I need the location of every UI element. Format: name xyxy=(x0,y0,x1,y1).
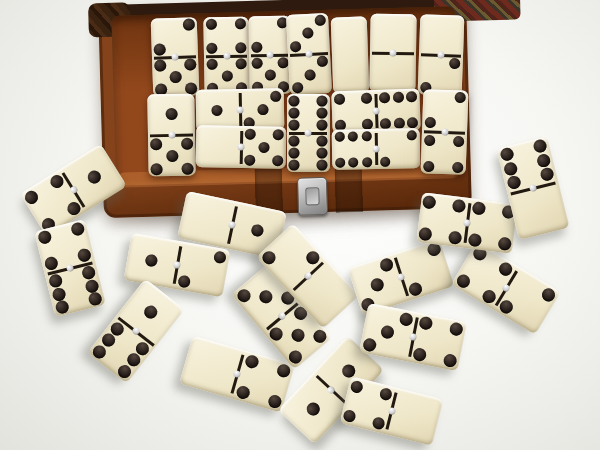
pip xyxy=(273,129,284,140)
pip xyxy=(500,146,516,162)
pip xyxy=(380,157,390,167)
pip xyxy=(84,278,100,294)
domino-half-3 xyxy=(288,54,332,95)
pip xyxy=(182,18,194,30)
pip xyxy=(379,92,390,103)
domino-half-0 xyxy=(419,14,464,54)
pip xyxy=(251,58,262,69)
pip xyxy=(362,337,377,352)
pip xyxy=(244,354,260,370)
pip xyxy=(213,250,227,264)
domino-half-5 xyxy=(148,136,196,176)
pip xyxy=(361,92,372,103)
pip xyxy=(418,227,432,241)
pip xyxy=(406,91,417,102)
pip xyxy=(212,105,223,116)
pip xyxy=(165,108,177,120)
pip xyxy=(289,136,300,147)
pip xyxy=(235,42,246,53)
spinner-pin xyxy=(237,143,244,150)
pip xyxy=(334,93,345,104)
pip xyxy=(184,59,196,71)
pip xyxy=(452,136,463,147)
domino-half-4 xyxy=(416,192,468,247)
pip xyxy=(398,312,413,327)
pip xyxy=(452,199,466,213)
pip xyxy=(316,136,327,147)
domino-0-x[interactable] xyxy=(331,16,370,93)
pip xyxy=(448,230,462,244)
pip xyxy=(234,18,245,29)
pip xyxy=(348,132,358,142)
case-clasp[interactable] xyxy=(297,177,328,216)
case-front-strap-right xyxy=(335,166,363,213)
domino-2-4[interactable] xyxy=(420,89,468,175)
pip xyxy=(85,168,103,186)
pip xyxy=(265,70,276,81)
pip xyxy=(378,257,394,273)
domino-half-0 xyxy=(369,54,416,92)
pip xyxy=(424,135,435,146)
pip xyxy=(292,82,304,94)
pip xyxy=(423,160,434,171)
domino-divider-line xyxy=(251,53,289,57)
pip xyxy=(407,281,423,297)
domino-2-5[interactable] xyxy=(151,17,200,97)
domino-half-2 xyxy=(174,242,230,298)
pip xyxy=(165,150,177,162)
pip xyxy=(145,254,159,268)
domino-half-0 xyxy=(331,16,370,93)
spinner-pin xyxy=(167,131,174,138)
spinner-pin xyxy=(236,106,243,113)
domino-half-0 xyxy=(370,14,417,52)
domino-half-2 xyxy=(151,17,198,56)
pip xyxy=(311,328,329,346)
domino-half-4 xyxy=(331,90,375,133)
domino-4-x[interactable] xyxy=(339,376,443,446)
spinner-pin xyxy=(389,49,396,56)
domino-half-6 xyxy=(332,129,375,170)
domino-3-3[interactable] xyxy=(286,13,332,95)
domino-half-2 xyxy=(422,89,468,131)
pip xyxy=(22,188,40,206)
pip xyxy=(251,41,262,52)
pip xyxy=(235,58,246,69)
dominoes-photo-scene xyxy=(0,0,600,450)
pip xyxy=(507,175,523,191)
domino-0-5[interactable] xyxy=(196,125,287,169)
pip xyxy=(289,40,301,52)
domino-4-6[interactable] xyxy=(34,219,106,317)
pip xyxy=(180,137,192,149)
pip xyxy=(48,273,64,289)
pip xyxy=(468,233,482,247)
pip xyxy=(422,195,436,209)
pip xyxy=(449,58,460,69)
pip xyxy=(275,363,291,379)
pip xyxy=(80,265,96,281)
domino-0-2[interactable] xyxy=(418,14,465,95)
pip xyxy=(407,117,418,128)
pip xyxy=(287,348,305,366)
pip xyxy=(316,107,327,118)
domino-half-4 xyxy=(465,198,517,253)
domino-half-2 xyxy=(248,16,291,54)
pip xyxy=(371,416,386,431)
pip xyxy=(150,163,162,175)
pip xyxy=(235,384,251,400)
spinner-pin xyxy=(440,128,447,135)
domino-half-1 xyxy=(124,233,180,289)
spinner-pin xyxy=(222,52,229,59)
pip xyxy=(245,128,256,139)
pip xyxy=(221,71,232,82)
pip xyxy=(289,95,300,106)
pip xyxy=(378,386,393,401)
pip xyxy=(87,291,103,307)
domino-3-2[interactable] xyxy=(348,238,455,315)
pip xyxy=(289,160,300,171)
domino-half-0 xyxy=(196,125,240,168)
domino-divider-line xyxy=(239,130,243,163)
pip xyxy=(471,201,485,215)
pip xyxy=(451,161,462,172)
pip xyxy=(257,287,275,305)
pip xyxy=(348,157,358,167)
pip xyxy=(259,142,270,153)
pip xyxy=(316,119,327,130)
pip xyxy=(150,138,162,150)
pip xyxy=(154,43,166,55)
pip xyxy=(244,155,255,166)
domino-half-4 xyxy=(420,133,466,175)
case-clasp-latch xyxy=(305,187,319,205)
pip xyxy=(235,286,253,304)
pip xyxy=(316,148,327,159)
pip xyxy=(443,353,458,368)
pip xyxy=(315,14,327,26)
domino-4-6[interactable] xyxy=(331,88,420,133)
pip xyxy=(251,223,265,237)
pip xyxy=(206,42,217,53)
pip xyxy=(532,138,548,154)
pip xyxy=(334,132,344,142)
pip xyxy=(302,27,314,39)
domino-divider-line xyxy=(289,132,328,135)
pip xyxy=(316,95,327,106)
domino-half-3 xyxy=(241,88,284,131)
domino-6-6[interactable] xyxy=(287,94,330,172)
domino-half-4 xyxy=(203,17,249,55)
pip xyxy=(177,275,191,289)
pip xyxy=(503,161,519,177)
domino-half-2 xyxy=(377,128,420,169)
domino-4-2[interactable] xyxy=(451,241,561,334)
spinner-pin xyxy=(305,130,312,137)
domino-4-5[interactable] xyxy=(203,17,249,96)
pip xyxy=(342,409,357,424)
domino-half-3 xyxy=(286,13,330,54)
pip xyxy=(142,303,160,321)
pip xyxy=(407,130,417,140)
pip xyxy=(304,69,316,81)
pip xyxy=(55,299,71,315)
pip xyxy=(260,248,278,266)
domino-half-6 xyxy=(287,135,330,173)
pip xyxy=(540,286,558,304)
pip xyxy=(51,286,67,302)
pip xyxy=(535,153,551,169)
pip xyxy=(316,160,327,171)
pip xyxy=(349,379,364,394)
pip xyxy=(205,18,216,29)
domino-0-0[interactable] xyxy=(369,14,416,93)
pip xyxy=(304,400,322,418)
domino-2-5[interactable] xyxy=(248,16,291,95)
pip xyxy=(289,107,300,118)
pip xyxy=(181,163,193,175)
domino-half-5 xyxy=(152,58,199,97)
pip xyxy=(289,148,300,159)
pip xyxy=(362,131,372,141)
pip xyxy=(539,167,555,183)
domino-6-2[interactable] xyxy=(332,128,421,170)
domino-divider-line xyxy=(374,133,378,164)
pip xyxy=(289,326,307,344)
pip xyxy=(454,92,465,103)
domino-half-6 xyxy=(377,88,421,131)
pip xyxy=(272,155,283,166)
pip xyxy=(380,324,395,339)
pip xyxy=(37,229,53,245)
pip xyxy=(257,104,268,115)
pip xyxy=(412,347,427,362)
pip xyxy=(418,316,433,331)
pip xyxy=(206,59,217,70)
domino-half-1 xyxy=(147,94,195,134)
pip xyxy=(369,276,385,292)
pip xyxy=(393,91,404,102)
domino-half-4 xyxy=(410,313,467,371)
pip xyxy=(170,71,182,83)
pip xyxy=(497,236,511,250)
pip xyxy=(335,157,345,167)
domino-half-5 xyxy=(242,126,286,169)
pip xyxy=(289,119,300,130)
pip xyxy=(449,322,464,337)
spinner-pin xyxy=(372,145,379,152)
spinner-pin xyxy=(266,51,273,58)
domino-divider-line xyxy=(238,93,242,126)
domino-half-6 xyxy=(287,94,330,132)
pip xyxy=(454,272,472,290)
pip xyxy=(69,221,85,237)
domino-1-5[interactable] xyxy=(147,94,195,177)
pip xyxy=(362,157,372,167)
pip xyxy=(271,90,282,101)
pip xyxy=(424,117,435,128)
pip xyxy=(154,60,166,72)
pip xyxy=(317,56,329,68)
